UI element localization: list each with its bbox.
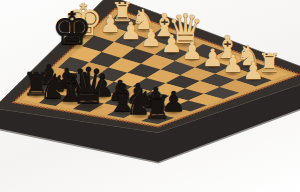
chess-board [0,0,300,192]
chess-set-photo: ♜♞♟♚♝♟♛♚♟♟♝♟♞♟♟♜♟♟♟♟♜♟♞♟♝♟♛♟♝♟♞♜ [0,0,300,192]
